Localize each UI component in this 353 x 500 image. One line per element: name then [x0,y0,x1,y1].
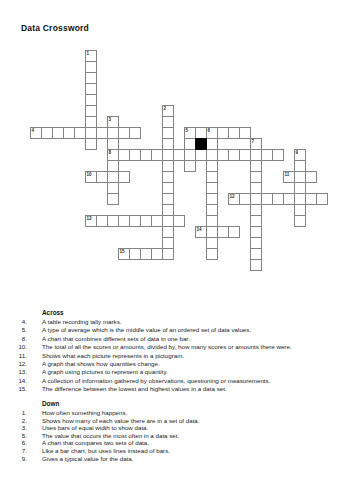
grid-cell[interactable] [173,215,185,227]
grid-cell[interactable] [107,160,119,172]
clue-text: The difference between the lowest and hi… [42,385,227,393]
grid-cell[interactable] [129,127,141,139]
clue-text: A table recording tally marks. [42,318,121,326]
grid-cell[interactable] [272,149,284,161]
grid-cell[interactable] [305,171,317,183]
clue-text: Shows how many of each value there are i… [42,417,200,425]
clue-text: Gives a typical value for the data. [42,455,134,463]
clue-text: The value that occurs the most often in … [42,432,179,440]
clue-row: 4.A table recording tally marks. [14,318,350,326]
grid-cell[interactable] [162,204,174,216]
grid-cell[interactable] [184,160,196,172]
across-clue-list: 4.A table recording tally marks.5.A type… [14,318,350,394]
clue-text: A graph that shows how quantities change… [42,360,160,368]
clue-number: 6. [14,439,27,447]
clue-text: Uses bars of equal width to show data. [42,424,148,432]
clue-text: A chart that compares two sets of data. [42,439,149,447]
grid-cell[interactable] [294,182,306,194]
clue-row: 5.The value that occurs the most often i… [14,432,350,440]
page-title: Data Crossword [21,23,89,33]
grid-cell[interactable] [107,138,119,150]
clue-row: 1.How often something happens. [14,409,350,417]
clue-text: How often something happens. [42,409,127,417]
clue-number: 10. [14,343,27,351]
clue-row: 15.The difference between the lowest and… [14,385,350,393]
grid-cell[interactable] [107,193,119,205]
clue-number: 5. [14,432,27,440]
clue-number: 4. [14,318,27,326]
down-heading: Down [42,400,350,407]
grid-cell[interactable] [294,215,306,227]
grid-cell[interactable] [228,226,240,238]
clue-number: 7. [14,447,27,455]
clue-number: 8. [14,335,27,343]
clue-number: 13. [14,368,27,376]
grid-cell[interactable] [206,138,218,150]
grid-cell[interactable] [250,259,262,271]
grid-cell[interactable] [85,138,97,150]
clue-row: 2.Shows how many of each value there are… [14,417,350,425]
grid-cell[interactable] [294,160,306,172]
clue-row: 8.A chart that combines different sets o… [14,335,350,343]
grid-cell[interactable] [118,171,130,183]
clue-number: 5. [14,326,27,334]
clue-text: A chart that combines different sets of … [42,335,190,343]
clue-row: 11.Shows what each picture represents in… [14,352,350,360]
across-heading: Across [42,309,350,316]
clue-row: 7.Like a bar chart, but uses lines inste… [14,447,350,455]
clues-down-section: Down 1.How often something happens.2.Sho… [14,400,350,462]
black-cell [195,138,207,150]
clue-row: 12.A graph that shows how quantities cha… [14,360,350,368]
clue-row: 13.A graph using pictures to represent a… [14,368,350,376]
clue-text: A collection of information gathered by … [42,377,270,385]
down-clue-list: 1.How often something happens.2.Shows ho… [14,409,350,462]
grid-cell[interactable] [162,248,174,260]
grid-cell[interactable] [85,116,97,128]
clue-number: 1. [14,409,27,417]
clue-number: 14. [14,377,27,385]
clue-text: Like a bar chart, but uses lines instead… [42,447,170,455]
clue-number: 2. [14,417,27,425]
grid-cell[interactable] [162,237,174,249]
clue-text: The total of all the scores or amounts, … [42,343,292,351]
clue-row: 9.Gives a typical value for the data. [14,455,350,463]
clue-row: 3.Uses bars of equal width to show data. [14,424,350,432]
clue-text: A type of average which is the middle va… [42,326,251,334]
clue-text: A graph using pictures to represent a qu… [42,368,168,376]
clue-number: 15. [14,385,27,393]
grid-cell[interactable] [250,182,262,194]
clue-row: 6.A chart that compares two sets of data… [14,439,350,447]
clues-across-section: Across 4.A table recording tally marks.5… [14,309,350,394]
worksheet-page: { "game": "crossword", "title": "Data Cr… [0,0,353,500]
crossword-grid: 123456789101112131415 [30,50,327,270]
grid-cell[interactable] [206,215,218,227]
clue-text: Shows what each picture represents in a … [42,352,184,360]
grid-cell[interactable] [162,138,174,150]
grid-cell[interactable] [206,248,218,260]
clue-row: 10.The total of all the scores or amount… [14,343,350,351]
grid-cell[interactable] [316,193,328,205]
clue-number: 12. [14,360,27,368]
clue-number: 3. [14,424,27,432]
clue-number: 9. [14,455,27,463]
clue-number: 11. [14,352,27,360]
clue-row: 14.A collection of information gathered … [14,377,350,385]
clue-row: 5.A type of average which is the middle … [14,326,350,334]
grid-cell[interactable] [107,116,119,128]
grid-cell[interactable] [250,138,262,150]
